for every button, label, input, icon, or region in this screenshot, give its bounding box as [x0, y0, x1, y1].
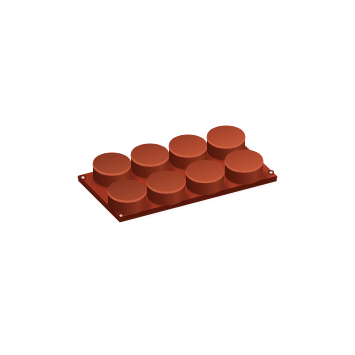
hang-hole-opening: [81, 176, 84, 179]
product-photo: [0, 0, 355, 355]
cavity-top-shading: [93, 153, 131, 174]
cavity-top-shading: [147, 171, 185, 192]
cavity-top-shading: [108, 180, 146, 201]
scene-svg: [0, 0, 355, 355]
cavity-top-shading: [131, 144, 169, 165]
hang-hole-opening: [269, 171, 272, 174]
cavity-top-shading: [186, 160, 224, 181]
cavity-top-shading: [169, 135, 207, 156]
hang-hole-3: [268, 170, 274, 175]
hang-hole-opening: [119, 214, 122, 217]
hang-hole-1: [80, 175, 86, 180]
